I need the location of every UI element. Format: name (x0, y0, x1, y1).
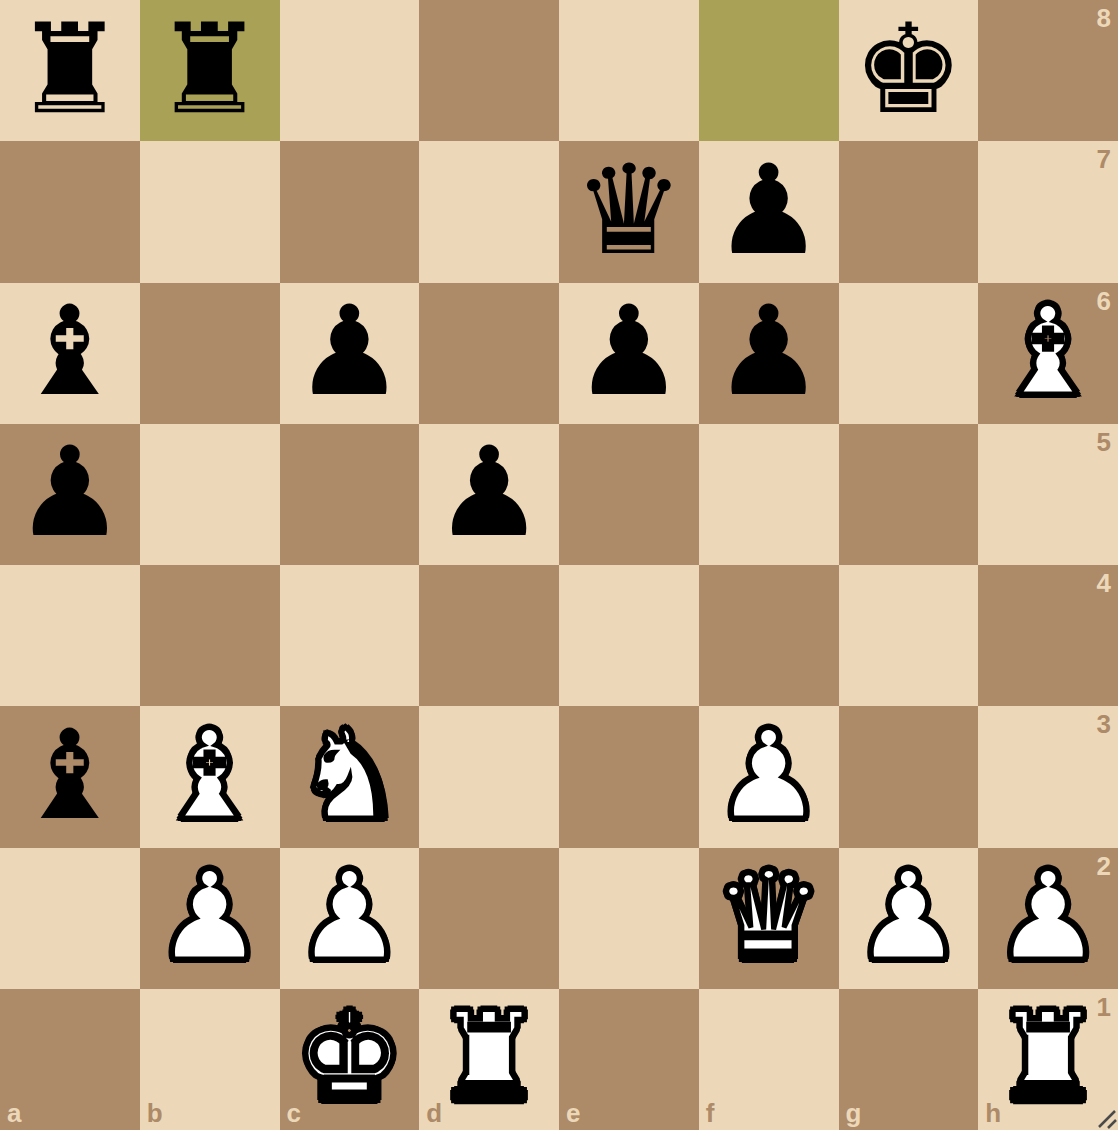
square-g8[interactable]: ♚ (839, 0, 979, 141)
square-b2[interactable]: ♟ (140, 848, 280, 989)
square-a8[interactable]: ♜ (0, 0, 140, 141)
board-resize-handle-icon[interactable] (1093, 1105, 1117, 1129)
white-pawn[interactable]: ♟ (294, 854, 405, 978)
square-g7[interactable] (839, 141, 979, 282)
square-f1[interactable]: f (699, 989, 839, 1130)
square-h6[interactable]: ♝6 (978, 283, 1118, 424)
square-f5[interactable] (699, 424, 839, 565)
black-pawn[interactable]: ♟ (434, 430, 545, 554)
square-d2[interactable] (419, 848, 559, 989)
square-d4[interactable] (419, 565, 559, 706)
square-d5[interactable]: ♟ (419, 424, 559, 565)
square-b7[interactable] (140, 141, 280, 282)
white-bishop[interactable]: ♝ (993, 289, 1104, 413)
black-rook[interactable]: ♜ (14, 7, 125, 131)
black-pawn[interactable]: ♟ (294, 289, 405, 413)
file-label-d: d (426, 1100, 442, 1126)
square-a7[interactable] (0, 141, 140, 282)
square-d6[interactable] (419, 283, 559, 424)
white-king[interactable]: ♚ (294, 995, 405, 1119)
square-c3[interactable]: ♞ (280, 706, 420, 847)
square-f3[interactable]: ♟ (699, 706, 839, 847)
file-label-h: h (985, 1100, 1001, 1126)
rank-label-5: 5 (1097, 429, 1111, 455)
square-e8[interactable] (559, 0, 699, 141)
file-label-f: f (706, 1100, 715, 1126)
square-c7[interactable] (280, 141, 420, 282)
square-d3[interactable] (419, 706, 559, 847)
square-g6[interactable] (839, 283, 979, 424)
square-b8[interactable]: ♜ (140, 0, 280, 141)
square-g2[interactable]: ♟ (839, 848, 979, 989)
square-b3[interactable]: ♝ (140, 706, 280, 847)
white-rook[interactable]: ♜ (434, 995, 545, 1119)
square-e4[interactable] (559, 565, 699, 706)
square-c2[interactable]: ♟ (280, 848, 420, 989)
black-king[interactable]: ♚ (853, 7, 964, 131)
square-h3[interactable]: 3 (978, 706, 1118, 847)
square-g5[interactable] (839, 424, 979, 565)
square-a4[interactable] (0, 565, 140, 706)
square-a1[interactable]: a (0, 989, 140, 1130)
white-pawn[interactable]: ♟ (853, 854, 964, 978)
square-b6[interactable] (140, 283, 280, 424)
square-e6[interactable]: ♟ (559, 283, 699, 424)
rank-label-1: 1 (1097, 994, 1111, 1020)
file-label-b: b (147, 1100, 163, 1126)
black-pawn[interactable]: ♟ (573, 289, 684, 413)
rank-label-8: 8 (1097, 5, 1111, 31)
square-h7[interactable]: 7 (978, 141, 1118, 282)
square-f4[interactable] (699, 565, 839, 706)
white-pawn[interactable]: ♟ (713, 713, 824, 837)
square-e7[interactable]: ♛ (559, 141, 699, 282)
rank-label-3: 3 (1097, 711, 1111, 737)
square-a5[interactable]: ♟ (0, 424, 140, 565)
square-b5[interactable] (140, 424, 280, 565)
black-pawn[interactable]: ♟ (713, 289, 824, 413)
square-h8[interactable]: 8 (978, 0, 1118, 141)
square-c6[interactable]: ♟ (280, 283, 420, 424)
square-g1[interactable]: g (839, 989, 979, 1130)
file-label-g: g (846, 1100, 862, 1126)
rank-label-2: 2 (1097, 853, 1111, 879)
rank-label-7: 7 (1097, 146, 1111, 172)
square-f2[interactable]: ♛ (699, 848, 839, 989)
square-e1[interactable]: e (559, 989, 699, 1130)
square-c8[interactable] (280, 0, 420, 141)
square-f6[interactable]: ♟ (699, 283, 839, 424)
white-pawn[interactable]: ♟ (993, 854, 1104, 978)
square-e5[interactable] (559, 424, 699, 565)
square-a3[interactable]: ♝ (0, 706, 140, 847)
white-knight[interactable]: ♞ (294, 713, 405, 837)
file-label-c: c (287, 1100, 301, 1126)
square-g3[interactable] (839, 706, 979, 847)
square-f8[interactable] (699, 0, 839, 141)
rank-label-4: 4 (1097, 570, 1111, 596)
square-c5[interactable] (280, 424, 420, 565)
square-d7[interactable] (419, 141, 559, 282)
square-b4[interactable] (140, 565, 280, 706)
white-queen[interactable]: ♛ (713, 854, 824, 978)
square-e2[interactable] (559, 848, 699, 989)
square-a2[interactable] (0, 848, 140, 989)
black-pawn[interactable]: ♟ (14, 430, 125, 554)
black-rook[interactable]: ♜ (154, 7, 265, 131)
square-c1[interactable]: ♚c (280, 989, 420, 1130)
file-label-a: a (7, 1100, 21, 1126)
square-e3[interactable] (559, 706, 699, 847)
square-a6[interactable]: ♝ (0, 283, 140, 424)
black-bishop[interactable]: ♝ (14, 713, 125, 837)
white-bishop[interactable]: ♝ (154, 713, 265, 837)
black-pawn[interactable]: ♟ (713, 148, 824, 272)
square-h4[interactable]: 4 (978, 565, 1118, 706)
square-c4[interactable] (280, 565, 420, 706)
square-d8[interactable] (419, 0, 559, 141)
white-pawn[interactable]: ♟ (154, 854, 265, 978)
black-bishop[interactable]: ♝ (14, 289, 125, 413)
rank-label-6: 6 (1097, 288, 1111, 314)
white-rook[interactable]: ♜ (993, 995, 1104, 1119)
black-queen[interactable]: ♛ (573, 148, 684, 272)
square-f7[interactable]: ♟ (699, 141, 839, 282)
square-h5[interactable]: 5 (978, 424, 1118, 565)
square-g4[interactable] (839, 565, 979, 706)
chess-board: ♜♜♚8♛♟7♝♟♟♟♝6♟♟54♝♝♞♟3♟♟♛♟♟2ab♚c♜defg♜1h (0, 0, 1118, 1130)
square-d1[interactable]: ♜d (419, 989, 559, 1130)
square-h2[interactable]: ♟2 (978, 848, 1118, 989)
file-label-e: e (566, 1100, 580, 1126)
square-b1[interactable]: b (140, 989, 280, 1130)
